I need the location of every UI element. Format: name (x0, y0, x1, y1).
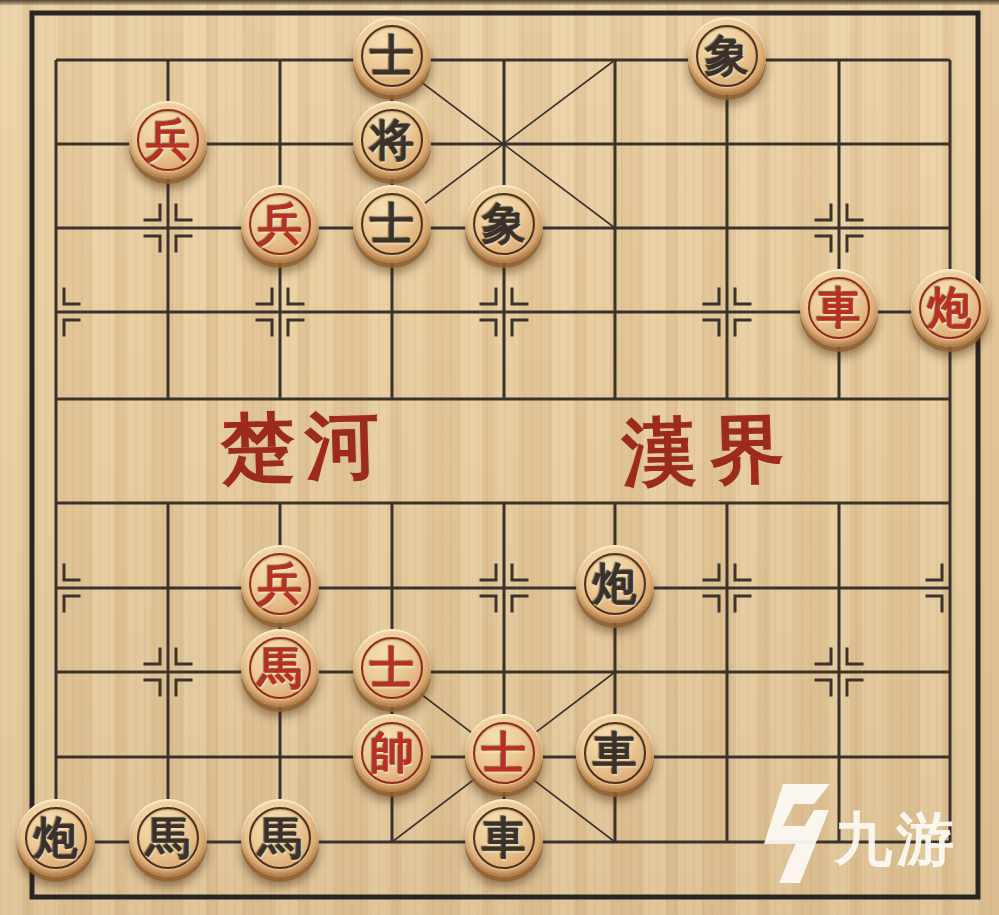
piece-black-general[interactable]: 将 (353, 101, 431, 179)
piece-black-elephant[interactable]: 象 (688, 17, 766, 95)
piece-glyph: 帥 (353, 714, 431, 792)
piece-glyph: 炮 (17, 799, 95, 877)
piece-red-soldier[interactable]: 兵 (241, 185, 319, 263)
piece-red-soldier[interactable]: 兵 (129, 101, 207, 179)
piece-glyph: 炮 (911, 269, 989, 347)
piece-glyph: 車 (576, 714, 654, 792)
piece-glyph: 馬 (129, 799, 207, 877)
piece-red-advisor[interactable]: 士 (465, 714, 543, 792)
piece-black-cannon[interactable]: 炮 (17, 799, 95, 877)
piece-glyph: 馬 (241, 799, 319, 877)
piece-glyph: 兵 (129, 101, 207, 179)
piece-black-advisor[interactable]: 士 (353, 185, 431, 263)
piece-glyph: 兵 (241, 545, 319, 623)
piece-red-soldier[interactable]: 兵 (241, 545, 319, 623)
piece-red-horse[interactable]: 馬 (241, 629, 319, 707)
river-label-right: 漢界 (621, 411, 799, 490)
piece-glyph: 兵 (241, 185, 319, 263)
piece-red-chariot[interactable]: 車 (800, 269, 878, 347)
piece-glyph: 車 (465, 799, 543, 877)
piece-glyph: 象 (465, 185, 543, 263)
piece-glyph: 車 (800, 269, 878, 347)
piece-glyph: 士 (353, 17, 431, 95)
piece-black-advisor[interactable]: 士 (353, 17, 431, 95)
piece-black-chariot[interactable]: 車 (465, 799, 543, 877)
river-label-left: 楚河 (220, 407, 390, 486)
piece-glyph: 士 (465, 714, 543, 792)
piece-glyph: 象 (688, 17, 766, 95)
piece-red-cannon[interactable]: 炮 (911, 269, 989, 347)
piece-black-elephant[interactable]: 象 (465, 185, 543, 263)
piece-glyph: 士 (353, 629, 431, 707)
piece-glyph: 将 (353, 101, 431, 179)
piece-glyph: 炮 (576, 545, 654, 623)
piece-red-general[interactable]: 帥 (353, 714, 431, 792)
piece-red-advisor[interactable]: 士 (353, 629, 431, 707)
piece-black-horse[interactable]: 馬 (241, 799, 319, 877)
piece-glyph: 馬 (241, 629, 319, 707)
xiangqi-board: 楚河 漢界 士象兵将兵士象車炮兵炮馬士帥士車炮馬馬車 九游 (0, 0, 999, 915)
piece-glyph: 士 (353, 185, 431, 263)
piece-black-horse[interactable]: 馬 (129, 799, 207, 877)
piece-black-cannon[interactable]: 炮 (576, 545, 654, 623)
piece-black-chariot[interactable]: 車 (576, 714, 654, 792)
